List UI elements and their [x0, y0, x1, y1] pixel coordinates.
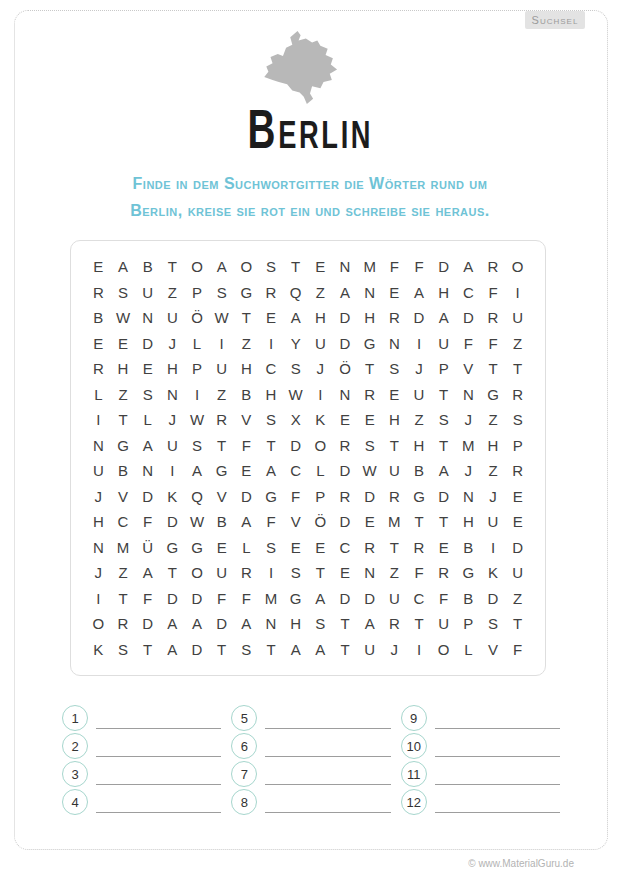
answer-blank-line[interactable] [96, 755, 221, 757]
grid-cell[interactable]: V [111, 484, 136, 510]
grid-cell[interactable]: B [135, 254, 160, 280]
grid-cell[interactable]: S [259, 407, 284, 433]
grid-cell[interactable]: T [135, 637, 160, 663]
grid-cell[interactable]: R [505, 382, 530, 408]
grid-cell[interactable]: L [86, 382, 111, 408]
grid-cell[interactable]: T [431, 433, 456, 459]
grid-cell[interactable]: B [86, 305, 111, 331]
grid-cell[interactable]: P [505, 433, 530, 459]
grid-cell[interactable]: F [209, 586, 234, 612]
grid-cell[interactable]: A [209, 254, 234, 280]
grid-cell[interactable]: U [209, 356, 234, 382]
grid-cell[interactable]: N [456, 484, 481, 510]
grid-cell[interactable]: N [333, 382, 358, 408]
grid-cell[interactable]: Q [185, 484, 210, 510]
grid-cell[interactable]: G [407, 484, 432, 510]
grid-cell[interactable]: S [111, 637, 136, 663]
grid-cell[interactable]: G [357, 331, 382, 357]
grid-cell[interactable]: N [333, 254, 358, 280]
grid-cell[interactable]: R [431, 560, 456, 586]
grid-cell[interactable]: T [481, 356, 506, 382]
grid-cell[interactable]: D [333, 509, 358, 535]
grid-cell[interactable]: G [481, 382, 506, 408]
grid-cell[interactable]: P [185, 356, 210, 382]
grid-cell[interactable]: Z [111, 560, 136, 586]
grid-cell[interactable]: T [407, 611, 432, 637]
grid-cell[interactable]: T [259, 637, 284, 663]
grid-cell[interactable]: M [382, 509, 407, 535]
grid-cell[interactable]: U [505, 560, 530, 586]
answer-blank-line[interactable] [435, 783, 560, 785]
grid-cell[interactable]: C [456, 280, 481, 306]
grid-cell[interactable]: O [505, 254, 530, 280]
answer-blank-line[interactable] [265, 727, 390, 729]
grid-cell[interactable]: B [407, 458, 432, 484]
grid-cell[interactable]: R [357, 382, 382, 408]
grid-cell[interactable]: T [308, 560, 333, 586]
grid-cell[interactable]: S [308, 611, 333, 637]
answer-blank-line[interactable] [96, 783, 221, 785]
grid-cell[interactable]: U [382, 458, 407, 484]
grid-cell[interactable]: A [160, 637, 185, 663]
grid-cell[interactable]: H [234, 356, 259, 382]
grid-cell[interactable]: Z [234, 331, 259, 357]
grid-cell[interactable]: A [111, 254, 136, 280]
grid-cell[interactable]: T [111, 586, 136, 612]
grid-cell[interactable]: O [185, 560, 210, 586]
grid-cell[interactable]: R [481, 254, 506, 280]
grid-cell[interactable]: U [505, 305, 530, 331]
grid-cell[interactable]: U [481, 509, 506, 535]
grid-cell[interactable]: Z [407, 407, 432, 433]
answer-blank-line[interactable] [265, 755, 390, 757]
grid-cell[interactable]: R [481, 305, 506, 331]
grid-cell[interactable]: Y [283, 331, 308, 357]
grid-cell[interactable]: Ö [185, 305, 210, 331]
grid-cell[interactable]: M [357, 254, 382, 280]
grid-cell[interactable]: M [456, 433, 481, 459]
grid-cell[interactable]: F [407, 560, 432, 586]
grid-cell[interactable]: Z [481, 458, 506, 484]
grid-cell[interactable]: J [308, 356, 333, 382]
grid-cell[interactable]: J [86, 484, 111, 510]
grid-cell[interactable]: U [382, 586, 407, 612]
grid-cell[interactable]: L [456, 637, 481, 663]
grid-cell[interactable]: T [505, 611, 530, 637]
grid-cell[interactable]: A [333, 280, 358, 306]
grid-cell[interactable]: T [407, 509, 432, 535]
grid-cell[interactable]: V [234, 407, 259, 433]
grid-cell[interactable]: H [456, 509, 481, 535]
grid-cell[interactable]: A [283, 637, 308, 663]
grid-cell[interactable]: E [259, 305, 284, 331]
grid-cell[interactable]: C [111, 509, 136, 535]
grid-cell[interactable]: D [333, 458, 358, 484]
grid-cell[interactable]: D [333, 331, 358, 357]
answer-blank-line[interactable] [265, 811, 390, 813]
grid-cell[interactable]: S [209, 280, 234, 306]
grid-cell[interactable]: G [259, 484, 284, 510]
answer-blank-line[interactable] [435, 755, 560, 757]
grid-cell[interactable]: E [234, 458, 259, 484]
grid-cell[interactable]: E [86, 254, 111, 280]
grid-cell[interactable]: E [333, 407, 358, 433]
grid-cell[interactable]: K [86, 637, 111, 663]
grid-cell[interactable]: D [431, 254, 456, 280]
grid-cell[interactable]: Z [111, 382, 136, 408]
grid-cell[interactable]: O [86, 611, 111, 637]
grid-cell[interactable]: I [259, 331, 284, 357]
grid-cell[interactable]: T [259, 433, 284, 459]
grid-cell[interactable]: R [505, 458, 530, 484]
grid-cell[interactable]: E [283, 535, 308, 561]
grid-cell[interactable]: R [333, 433, 358, 459]
grid-cell[interactable]: K [481, 560, 506, 586]
grid-cell[interactable]: S [185, 433, 210, 459]
grid-cell[interactable]: I [209, 331, 234, 357]
grid-cell[interactable]: B [209, 509, 234, 535]
grid-cell[interactable]: R [234, 560, 259, 586]
grid-cell[interactable]: R [86, 280, 111, 306]
grid-cell[interactable]: E [333, 560, 358, 586]
grid-cell[interactable]: L [185, 331, 210, 357]
grid-cell[interactable]: U [160, 433, 185, 459]
grid-cell[interactable]: D [505, 535, 530, 561]
grid-cell[interactable]: S [259, 535, 284, 561]
grid-cell[interactable]: A [185, 611, 210, 637]
grid-cell[interactable]: T [160, 254, 185, 280]
grid-cell[interactable]: E [505, 509, 530, 535]
grid-cell[interactable]: C [407, 586, 432, 612]
grid-cell[interactable]: J [481, 484, 506, 510]
grid-cell[interactable]: A [135, 433, 160, 459]
grid-cell[interactable]: N [135, 458, 160, 484]
grid-cell[interactable]: M [259, 586, 284, 612]
grid-cell[interactable]: N [86, 535, 111, 561]
grid-cell[interactable]: K [160, 484, 185, 510]
answer-blank-line[interactable] [96, 811, 221, 813]
grid-cell[interactable]: V [209, 484, 234, 510]
grid-cell[interactable]: J [456, 458, 481, 484]
grid-cell[interactable]: R [357, 535, 382, 561]
grid-cell[interactable]: R [382, 484, 407, 510]
grid-cell[interactable]: D [209, 611, 234, 637]
grid-cell[interactable]: U [135, 280, 160, 306]
grid-cell[interactable]: Ö [333, 356, 358, 382]
grid-cell[interactable]: U [86, 458, 111, 484]
grid-cell[interactable]: E [111, 331, 136, 357]
grid-cell[interactable]: U [431, 611, 456, 637]
grid-cell[interactable]: G [160, 535, 185, 561]
grid-cell[interactable]: A [234, 509, 259, 535]
answer-blank-line[interactable] [96, 727, 221, 729]
answer-blank-line[interactable] [435, 811, 560, 813]
grid-cell[interactable]: D [234, 484, 259, 510]
grid-cell[interactable]: A [308, 586, 333, 612]
grid-cell[interactable]: A [283, 305, 308, 331]
answer-blank-line[interactable] [435, 727, 560, 729]
grid-cell[interactable]: F [407, 254, 432, 280]
grid-cell[interactable]: I [259, 560, 284, 586]
grid-cell[interactable]: U [357, 637, 382, 663]
grid-cell[interactable]: P [185, 280, 210, 306]
grid-cell[interactable]: A [135, 560, 160, 586]
grid-cell[interactable]: Z [505, 331, 530, 357]
grid-cell[interactable]: T [283, 254, 308, 280]
grid-cell[interactable]: T [209, 433, 234, 459]
grid-cell[interactable]: D [185, 586, 210, 612]
grid-cell[interactable]: A [308, 637, 333, 663]
grid-cell[interactable]: B [456, 535, 481, 561]
grid-cell[interactable]: A [431, 458, 456, 484]
grid-cell[interactable]: I [308, 382, 333, 408]
grid-cell[interactable]: T [234, 305, 259, 331]
grid-cell[interactable]: A [259, 458, 284, 484]
grid-cell[interactable]: D [456, 305, 481, 331]
grid-cell[interactable]: S [382, 356, 407, 382]
grid-cell[interactable]: Z [382, 560, 407, 586]
grid-cell[interactable]: I [86, 407, 111, 433]
grid-cell[interactable]: W [209, 305, 234, 331]
grid-cell[interactable]: A [234, 611, 259, 637]
grid-cell[interactable]: V [283, 509, 308, 535]
grid-cell[interactable]: V [456, 356, 481, 382]
grid-cell[interactable]: J [407, 356, 432, 382]
grid-cell[interactable]: R [111, 611, 136, 637]
grid-cell[interactable]: T [111, 407, 136, 433]
grid-cell[interactable]: Ö [308, 509, 333, 535]
grid-cell[interactable]: H [431, 280, 456, 306]
grid-cell[interactable]: G [185, 535, 210, 561]
grid-cell[interactable]: J [86, 560, 111, 586]
grid-cell[interactable]: D [135, 331, 160, 357]
grid-cell[interactable]: L [234, 535, 259, 561]
grid-cell[interactable]: L [308, 458, 333, 484]
grid-cell[interactable]: D [333, 305, 358, 331]
grid-cell[interactable]: C [333, 535, 358, 561]
grid-cell[interactable]: D [481, 586, 506, 612]
grid-cell[interactable]: T [505, 356, 530, 382]
grid-cell[interactable]: N [456, 382, 481, 408]
grid-cell[interactable]: T [382, 433, 407, 459]
grid-cell[interactable]: N [86, 433, 111, 459]
grid-cell[interactable]: F [481, 331, 506, 357]
grid-cell[interactable]: E [505, 484, 530, 510]
grid-cell[interactable]: N [259, 611, 284, 637]
grid-cell[interactable]: D [160, 509, 185, 535]
grid-cell[interactable]: I [407, 637, 432, 663]
grid-cell[interactable]: S [111, 280, 136, 306]
grid-cell[interactable]: F [283, 484, 308, 510]
grid-cell[interactable]: Z [308, 280, 333, 306]
grid-cell[interactable]: F [234, 433, 259, 459]
grid-cell[interactable]: S [505, 407, 530, 433]
grid-cell[interactable]: J [160, 407, 185, 433]
grid-cell[interactable]: I [407, 331, 432, 357]
grid-cell[interactable]: U [308, 331, 333, 357]
grid-cell[interactable]: E [357, 509, 382, 535]
grid-cell[interactable]: Z [481, 407, 506, 433]
grid-cell[interactable]: Ü [135, 535, 160, 561]
grid-cell[interactable]: G [283, 586, 308, 612]
grid-cell[interactable]: B [111, 458, 136, 484]
grid-cell[interactable]: T [333, 611, 358, 637]
grid-cell[interactable]: Z [505, 586, 530, 612]
grid-cell[interactable]: T [382, 535, 407, 561]
grid-cell[interactable]: S [135, 382, 160, 408]
grid-cell[interactable]: B [456, 586, 481, 612]
grid-cell[interactable]: I [185, 382, 210, 408]
grid-cell[interactable]: U [407, 382, 432, 408]
grid-cell[interactable]: H [111, 356, 136, 382]
grid-cell[interactable]: T [431, 509, 456, 535]
grid-cell[interactable]: E [135, 356, 160, 382]
grid-cell[interactable]: I [86, 586, 111, 612]
grid-cell[interactable]: A [407, 280, 432, 306]
grid-cell[interactable]: F [135, 586, 160, 612]
grid-cell[interactable]: S [357, 433, 382, 459]
grid-cell[interactable]: H [357, 305, 382, 331]
grid-cell[interactable]: F [505, 637, 530, 663]
grid-cell[interactable]: W [185, 509, 210, 535]
grid-cell[interactable]: O [308, 433, 333, 459]
grid-cell[interactable]: S [259, 254, 284, 280]
grid-cell[interactable]: R [382, 305, 407, 331]
grid-cell[interactable]: O [431, 637, 456, 663]
grid-cell[interactable]: N [382, 331, 407, 357]
grid-cell[interactable]: V [481, 637, 506, 663]
grid-cell[interactable]: A [357, 611, 382, 637]
grid-cell[interactable]: D [333, 586, 358, 612]
grid-cell[interactable]: P [308, 484, 333, 510]
grid-cell[interactable]: I [481, 535, 506, 561]
grid-cell[interactable]: H [160, 356, 185, 382]
grid-cell[interactable]: W [357, 458, 382, 484]
grid-cell[interactable]: A [431, 305, 456, 331]
grid-cell[interactable]: F [431, 586, 456, 612]
grid-cell[interactable]: E [86, 331, 111, 357]
grid-cell[interactable]: E [308, 535, 333, 561]
grid-cell[interactable]: R [259, 280, 284, 306]
grid-cell[interactable]: E [357, 407, 382, 433]
grid-cell[interactable]: H [308, 305, 333, 331]
grid-cell[interactable]: L [135, 407, 160, 433]
grid-cell[interactable]: E [382, 382, 407, 408]
grid-cell[interactable]: S [234, 637, 259, 663]
grid-cell[interactable]: N [160, 382, 185, 408]
grid-cell[interactable]: E [209, 535, 234, 561]
grid-cell[interactable]: U [209, 560, 234, 586]
grid-cell[interactable]: D [160, 586, 185, 612]
grid-cell[interactable]: N [357, 280, 382, 306]
grid-cell[interactable]: H [86, 509, 111, 535]
grid-cell[interactable]: F [234, 586, 259, 612]
grid-cell[interactable]: R [407, 535, 432, 561]
grid-cell[interactable]: D [357, 586, 382, 612]
grid-cell[interactable]: E [382, 280, 407, 306]
grid-cell[interactable]: F [382, 254, 407, 280]
grid-cell[interactable]: G [234, 280, 259, 306]
grid-cell[interactable]: J [456, 407, 481, 433]
grid-cell[interactable]: T [209, 637, 234, 663]
answer-blank-line[interactable] [265, 783, 390, 785]
grid-cell[interactable]: G [456, 560, 481, 586]
grid-cell[interactable]: T [357, 356, 382, 382]
grid-cell[interactable]: T [431, 382, 456, 408]
grid-cell[interactable]: A [185, 458, 210, 484]
grid-cell[interactable]: O [185, 254, 210, 280]
grid-cell[interactable]: J [382, 637, 407, 663]
grid-cell[interactable]: D [185, 637, 210, 663]
grid-cell[interactable]: O [234, 254, 259, 280]
grid-cell[interactable]: U [160, 305, 185, 331]
grid-cell[interactable]: C [283, 458, 308, 484]
grid-cell[interactable]: A [160, 611, 185, 637]
grid-cell[interactable]: X [283, 407, 308, 433]
grid-cell[interactable]: F [456, 331, 481, 357]
grid-cell[interactable]: E [308, 254, 333, 280]
grid-cell[interactable]: R [382, 611, 407, 637]
grid-cell[interactable]: H [259, 382, 284, 408]
grid-cell[interactable]: T [333, 637, 358, 663]
grid-cell[interactable]: R [86, 356, 111, 382]
grid-cell[interactable]: P [431, 356, 456, 382]
grid-cell[interactable]: K [308, 407, 333, 433]
grid-cell[interactable]: G [111, 433, 136, 459]
grid-cell[interactable]: I [505, 280, 530, 306]
grid-cell[interactable]: W [185, 407, 210, 433]
grid-cell[interactable]: A [456, 254, 481, 280]
grid-cell[interactable]: T [160, 560, 185, 586]
grid-cell[interactable]: P [456, 611, 481, 637]
grid-cell[interactable]: I [160, 458, 185, 484]
grid-cell[interactable]: D [283, 433, 308, 459]
grid-cell[interactable]: H [481, 433, 506, 459]
grid-cell[interactable]: G [209, 458, 234, 484]
grid-cell[interactable]: F [481, 280, 506, 306]
grid-cell[interactable]: Q [283, 280, 308, 306]
grid-cell[interactable]: C [259, 356, 284, 382]
grid-cell[interactable]: H [283, 611, 308, 637]
grid-cell[interactable]: N [135, 305, 160, 331]
grid-cell[interactable]: S [283, 356, 308, 382]
grid-cell[interactable]: R [209, 407, 234, 433]
grid-cell[interactable]: D [135, 484, 160, 510]
grid-cell[interactable]: W [283, 382, 308, 408]
grid-cell[interactable]: J [160, 331, 185, 357]
grid-cell[interactable]: B [234, 382, 259, 408]
grid-cell[interactable]: Z [209, 382, 234, 408]
grid-cell[interactable]: D [135, 611, 160, 637]
grid-cell[interactable]: U [431, 331, 456, 357]
grid-cell[interactable]: S [481, 611, 506, 637]
grid-cell[interactable]: F [135, 509, 160, 535]
grid-cell[interactable]: D [407, 305, 432, 331]
grid-cell[interactable]: E [431, 535, 456, 561]
grid-cell[interactable]: H [382, 407, 407, 433]
grid-cell[interactable]: S [431, 407, 456, 433]
grid-cell[interactable]: Z [160, 280, 185, 306]
grid-cell[interactable]: D [431, 484, 456, 510]
grid-cell[interactable]: N [357, 560, 382, 586]
grid-cell[interactable]: F [259, 509, 284, 535]
grid-cell[interactable]: M [111, 535, 136, 561]
grid-cell[interactable]: W [111, 305, 136, 331]
grid-cell[interactable]: D [357, 484, 382, 510]
grid-cell[interactable]: S [283, 560, 308, 586]
grid-cell[interactable]: R [333, 484, 358, 510]
grid-cell[interactable]: H [407, 433, 432, 459]
